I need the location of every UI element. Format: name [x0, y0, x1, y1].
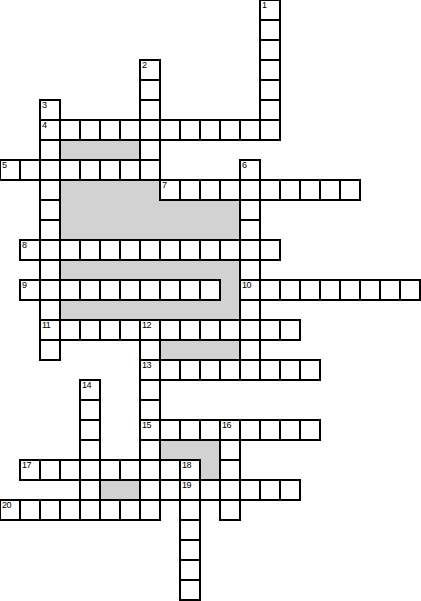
crossword-cell[interactable] — [239, 119, 261, 141]
crossword-cell[interactable] — [279, 359, 301, 381]
crossword-cell[interactable]: 2 — [139, 59, 161, 81]
crossword-cell[interactable] — [239, 179, 261, 201]
cell-number: 3 — [42, 100, 47, 110]
crossword-cell[interactable] — [139, 99, 161, 121]
blocked-region — [59, 299, 241, 321]
crossword-cell[interactable] — [139, 439, 161, 461]
crossword-cell[interactable] — [399, 279, 421, 301]
crossword-cell[interactable] — [79, 279, 101, 301]
crossword-cell[interactable] — [139, 479, 161, 501]
crossword-cell[interactable] — [139, 459, 161, 481]
crossword-cell[interactable] — [259, 39, 281, 61]
crossword-cell[interactable] — [79, 459, 101, 481]
crossword-cell[interactable] — [279, 319, 301, 341]
crossword-cell[interactable] — [259, 359, 281, 381]
crossword-cell[interactable] — [279, 179, 301, 201]
crossword-cell[interactable] — [219, 499, 241, 521]
crossword-cell[interactable] — [159, 419, 181, 441]
crossword-cell[interactable] — [99, 159, 121, 181]
crossword-cell[interactable] — [39, 179, 61, 201]
crossword-cell[interactable] — [99, 499, 121, 521]
crossword-cell[interactable]: 5 — [0, 159, 21, 181]
blocked-region — [59, 139, 141, 161]
crossword-cell[interactable] — [239, 199, 261, 221]
crossword-cell[interactable] — [259, 179, 281, 201]
crossword-cell[interactable] — [179, 319, 201, 341]
crossword-cell[interactable] — [379, 279, 401, 301]
cell-number: 6 — [242, 160, 247, 170]
crossword-cell[interactable] — [159, 479, 181, 501]
cell-number: 18 — [182, 460, 191, 470]
crossword-cell[interactable] — [39, 199, 61, 221]
crossword-cell[interactable]: 1 — [259, 0, 281, 21]
crossword-cell[interactable] — [119, 279, 141, 301]
crossword-cell[interactable] — [219, 179, 241, 201]
crossword-cell[interactable]: 13 — [139, 359, 161, 381]
crossword-cell[interactable] — [259, 279, 281, 301]
cell-number: 5 — [2, 160, 7, 170]
crossword-cell[interactable] — [59, 459, 81, 481]
crossword-cell[interactable] — [99, 239, 121, 261]
crossword-cell[interactable] — [39, 279, 61, 301]
cell-number: 9 — [22, 280, 27, 290]
crossword-cell[interactable] — [199, 479, 221, 501]
crossword-cell[interactable] — [139, 79, 161, 101]
crossword-cell[interactable] — [79, 159, 101, 181]
crossword-cell[interactable] — [39, 299, 61, 321]
crossword-cell[interactable] — [79, 499, 101, 521]
crossword-cell[interactable] — [359, 279, 381, 301]
crossword-cell[interactable] — [239, 319, 261, 341]
cell-number: 10 — [242, 280, 251, 290]
cell-number: 15 — [142, 420, 151, 430]
crossword-cell[interactable] — [79, 419, 101, 441]
crossword-cell[interactable] — [139, 159, 161, 181]
crossword-cell[interactable]: 9 — [19, 279, 41, 301]
crossword-cell[interactable] — [259, 319, 281, 341]
crossword-cell[interactable] — [139, 339, 161, 361]
crossword-cell[interactable] — [199, 279, 221, 301]
crossword-cell[interactable] — [99, 459, 121, 481]
cell-number: 12 — [142, 320, 151, 330]
crossword-cell[interactable] — [119, 119, 141, 141]
crossword-cell[interactable] — [19, 499, 41, 521]
crossword-cell[interactable] — [59, 119, 81, 141]
crossword-cell[interactable] — [179, 579, 201, 601]
crossword-cell[interactable] — [59, 279, 81, 301]
crossword-cell[interactable] — [259, 479, 281, 501]
crossword-cell[interactable] — [119, 319, 141, 341]
cell-number: 16 — [222, 420, 231, 430]
blocked-region — [159, 439, 221, 461]
crossword-cell[interactable] — [79, 479, 101, 501]
cell-number: 20 — [2, 500, 11, 510]
blocked-region — [99, 479, 141, 501]
crossword-cell[interactable]: 12 — [139, 319, 161, 341]
crossword-cell[interactable] — [239, 259, 261, 281]
cell-number: 4 — [42, 120, 47, 130]
cell-number: 11 — [42, 320, 50, 330]
crossword-cell[interactable] — [299, 359, 321, 381]
crossword-cell[interactable] — [119, 499, 141, 521]
crossword-cell[interactable]: 17 — [19, 459, 41, 481]
crossword-cell[interactable] — [179, 519, 201, 541]
crossword-cell[interactable]: 16 — [219, 419, 241, 441]
crossword-cell[interactable] — [39, 259, 61, 281]
crossword-cell[interactable]: 20 — [0, 499, 21, 521]
crossword-cell[interactable]: 10 — [239, 279, 261, 301]
crossword-cell[interactable] — [279, 479, 301, 501]
crossword-cell[interactable] — [259, 419, 281, 441]
crossword-cell[interactable] — [219, 319, 241, 341]
crossword-cell[interactable] — [139, 139, 161, 161]
crossword-cell[interactable] — [179, 499, 201, 521]
crossword-cell[interactable] — [239, 299, 261, 321]
cell-number: 1 — [262, 0, 267, 10]
crossword-cell[interactable] — [219, 119, 241, 141]
crossword-cell[interactable] — [299, 419, 321, 441]
crossword-cell[interactable] — [39, 239, 61, 261]
crossword-cell[interactable] — [119, 459, 141, 481]
crossword-cell[interactable] — [339, 179, 361, 201]
cell-number: 2 — [142, 60, 147, 70]
crossword-cell[interactable] — [239, 479, 261, 501]
crossword-cell[interactable] — [239, 239, 261, 261]
crossword-cell[interactable] — [279, 419, 301, 441]
crossword-cell[interactable] — [319, 279, 341, 301]
crossword-cell[interactable] — [139, 119, 161, 141]
crossword-cell[interactable] — [139, 239, 161, 261]
crossword-cell[interactable] — [159, 319, 181, 341]
crossword-cell[interactable] — [239, 339, 261, 361]
crossword-cell[interactable] — [139, 279, 161, 301]
crossword-cell[interactable] — [259, 119, 281, 141]
crossword-cell[interactable] — [39, 339, 61, 361]
crossword-cell[interactable] — [179, 279, 201, 301]
cell-number: 7 — [162, 180, 167, 190]
crossword-cell[interactable] — [199, 319, 221, 341]
crossword-cell[interactable] — [179, 559, 201, 581]
crossword-cell[interactable] — [139, 499, 161, 521]
crossword-cell[interactable] — [239, 359, 261, 381]
crossword-cell[interactable] — [39, 459, 61, 481]
crossword-cell[interactable] — [79, 239, 101, 261]
crossword-cell[interactable] — [19, 159, 41, 181]
crossword-cell[interactable] — [59, 239, 81, 261]
crossword-cell[interactable] — [219, 359, 241, 381]
crossword-cell[interactable] — [199, 179, 221, 201]
crossword-cell[interactable] — [139, 379, 161, 401]
crossword-cell[interactable]: 15 — [139, 419, 161, 441]
crossword-cell[interactable]: 18 — [179, 459, 201, 481]
crossword-cell[interactable] — [119, 239, 141, 261]
crossword-cell[interactable] — [279, 279, 301, 301]
crossword-cell[interactable] — [159, 239, 181, 261]
crossword-cell[interactable]: 19 — [179, 479, 201, 501]
crossword-cell[interactable] — [199, 239, 221, 261]
crossword-cell[interactable] — [199, 119, 221, 141]
crossword-cell[interactable] — [179, 119, 201, 141]
crossword-cell[interactable] — [39, 499, 61, 521]
crossword-cell[interactable] — [339, 279, 361, 301]
crossword-cell[interactable] — [99, 319, 121, 341]
cell-number: 14 — [82, 380, 91, 390]
crossword-cell[interactable] — [39, 219, 61, 241]
crossword-cell[interactable] — [219, 239, 241, 261]
crossword-cell[interactable] — [199, 419, 221, 441]
crossword-cell[interactable] — [259, 239, 281, 261]
crossword-cell[interactable] — [159, 119, 181, 141]
blocked-region — [199, 459, 221, 481]
crossword-cell[interactable]: 3 — [39, 99, 61, 121]
crossword-cell[interactable] — [79, 119, 101, 141]
crossword-cell[interactable] — [179, 239, 201, 261]
crossword-cell[interactable] — [159, 359, 181, 381]
cell-number: 17 — [22, 460, 31, 470]
crossword-cell[interactable] — [99, 279, 121, 301]
crossword-cell[interactable] — [299, 179, 321, 201]
cell-number: 13 — [142, 360, 151, 370]
crossword-cell[interactable]: 11 — [39, 319, 61, 341]
cell-number: 8 — [22, 240, 27, 250]
crossword-cell[interactable]: 7 — [159, 179, 181, 201]
crossword-cell[interactable] — [179, 419, 201, 441]
crossword-cell[interactable] — [259, 99, 281, 121]
crossword-cell[interactable] — [39, 159, 61, 181]
crossword-cell[interactable]: 14 — [79, 379, 101, 401]
crossword-cell[interactable] — [259, 59, 281, 81]
crossword-cell[interactable] — [219, 439, 241, 461]
crossword-cell[interactable] — [59, 159, 81, 181]
crossword-cell[interactable] — [199, 359, 221, 381]
crossword-cell[interactable]: 6 — [239, 159, 261, 181]
crossword-cell[interactable] — [59, 319, 81, 341]
crossword-board: 1234115610789121315141617181920 — [0, 0, 421, 601]
crossword-cell[interactable] — [139, 399, 161, 421]
crossword-cell[interactable] — [319, 179, 341, 201]
crossword-cell[interactable] — [179, 179, 201, 201]
crossword-cell[interactable] — [59, 499, 81, 521]
blocked-region — [59, 179, 161, 201]
crossword-cell[interactable] — [119, 159, 141, 181]
crossword-cell[interactable] — [79, 439, 101, 461]
crossword-cell[interactable]: 8 — [19, 239, 41, 261]
crossword-cell[interactable] — [239, 219, 261, 241]
blocked-region — [59, 199, 241, 241]
crossword-cell[interactable]: 4 — [39, 119, 61, 141]
blocked-region — [219, 279, 241, 301]
crossword-cell[interactable] — [299, 279, 321, 301]
crossword-cell[interactable] — [159, 459, 181, 481]
blocked-region — [159, 339, 241, 361]
crossword-cell[interactable] — [39, 139, 61, 161]
blocked-region — [59, 259, 241, 281]
crossword-cell[interactable] — [259, 19, 281, 41]
crossword-cell[interactable] — [79, 319, 101, 341]
crossword-cell[interactable] — [159, 279, 181, 301]
crossword-cell[interactable] — [219, 459, 241, 481]
crossword-cell[interactable] — [219, 479, 241, 501]
crossword-cell[interactable] — [99, 119, 121, 141]
cell-number: 19 — [182, 480, 191, 490]
crossword-cell[interactable] — [79, 399, 101, 421]
crossword-cell[interactable] — [179, 539, 201, 561]
crossword-cell[interactable] — [259, 79, 281, 101]
crossword-cell[interactable] — [239, 419, 261, 441]
crossword-cell[interactable] — [179, 359, 201, 381]
